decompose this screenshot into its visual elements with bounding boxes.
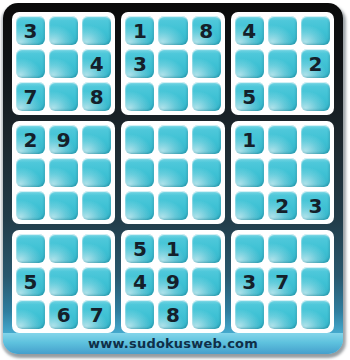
cell-r2c7[interactable]: [235, 49, 264, 78]
cell-r6c7[interactable]: [235, 191, 264, 220]
cell-r4c7[interactable]: 1: [235, 125, 264, 154]
cell-r1c3[interactable]: [82, 16, 111, 45]
cell-r4c6[interactable]: [192, 125, 221, 154]
cell-r3c1[interactable]: 7: [16, 82, 45, 111]
cell-r2c8[interactable]: [268, 49, 297, 78]
cell-r6c2[interactable]: [49, 191, 78, 220]
cell-r2c1[interactable]: [16, 49, 45, 78]
footer-bar: www.sudokusweb.com: [3, 333, 343, 354]
cell-r9c3[interactable]: 7: [82, 300, 111, 329]
cell-r2c3[interactable]: 4: [82, 49, 111, 78]
sudoku-grid: 3478183425291235675149837: [12, 12, 334, 333]
cell-r3c5[interactable]: [158, 82, 187, 111]
cell-r5c1[interactable]: [16, 158, 45, 187]
cell-r6c9[interactable]: 3: [301, 191, 330, 220]
cell-r3c8[interactable]: [268, 82, 297, 111]
cell-r6c5[interactable]: [158, 191, 187, 220]
cell-r7c2[interactable]: [49, 234, 78, 263]
cell-r1c7[interactable]: 4: [235, 16, 264, 45]
cell-r7c4[interactable]: 5: [125, 234, 154, 263]
cell-r9c8[interactable]: [268, 300, 297, 329]
cell-r6c8[interactable]: 2: [268, 191, 297, 220]
cell-r2c9[interactable]: 2: [301, 49, 330, 78]
cell-r6c1[interactable]: [16, 191, 45, 220]
cell-r4c1[interactable]: 2: [16, 125, 45, 154]
cell-r1c1[interactable]: 3: [16, 16, 45, 45]
sudoku-box-9: 37: [231, 230, 334, 333]
cell-r3c4[interactable]: [125, 82, 154, 111]
sudoku-board-frame: 3478183425291235675149837 www.sudokusweb…: [3, 3, 343, 354]
cell-r7c5[interactable]: 1: [158, 234, 187, 263]
cell-r8c6[interactable]: [192, 267, 221, 296]
cell-r9c1[interactable]: [16, 300, 45, 329]
cell-r8c2[interactable]: [49, 267, 78, 296]
sudoku-box-8: 51498: [121, 230, 224, 333]
cell-r8c1[interactable]: 5: [16, 267, 45, 296]
sudoku-box-4: 29: [12, 121, 115, 224]
cell-r3c3[interactable]: 8: [82, 82, 111, 111]
cell-r5c8[interactable]: [268, 158, 297, 187]
cell-r8c5[interactable]: 9: [158, 267, 187, 296]
cell-r2c4[interactable]: 3: [125, 49, 154, 78]
cell-r4c9[interactable]: [301, 125, 330, 154]
cell-r6c4[interactable]: [125, 191, 154, 220]
cell-r5c9[interactable]: [301, 158, 330, 187]
cell-r1c6[interactable]: 8: [192, 16, 221, 45]
cell-r4c5[interactable]: [158, 125, 187, 154]
cell-r1c4[interactable]: 1: [125, 16, 154, 45]
cell-r1c2[interactable]: [49, 16, 78, 45]
cell-r9c9[interactable]: [301, 300, 330, 329]
site-url[interactable]: www.sudokusweb.com: [88, 336, 258, 351]
cell-r5c7[interactable]: [235, 158, 264, 187]
cell-r2c2[interactable]: [49, 49, 78, 78]
cell-r9c5[interactable]: 8: [158, 300, 187, 329]
cell-r9c4[interactable]: [125, 300, 154, 329]
sudoku-box-5: [121, 121, 224, 224]
cell-r9c7[interactable]: [235, 300, 264, 329]
cell-r8c7[interactable]: 3: [235, 267, 264, 296]
cell-r7c3[interactable]: [82, 234, 111, 263]
sudoku-box-1: 3478: [12, 12, 115, 115]
sudoku-box-6: 123: [231, 121, 334, 224]
cell-r2c5[interactable]: [158, 49, 187, 78]
cell-r4c3[interactable]: [82, 125, 111, 154]
cell-r7c8[interactable]: [268, 234, 297, 263]
sudoku-box-2: 183: [121, 12, 224, 115]
cell-r1c5[interactable]: [158, 16, 187, 45]
cell-r1c9[interactable]: [301, 16, 330, 45]
cell-r9c6[interactable]: [192, 300, 221, 329]
cell-r5c5[interactable]: [158, 158, 187, 187]
cell-r5c2[interactable]: [49, 158, 78, 187]
cell-r6c3[interactable]: [82, 191, 111, 220]
cell-r8c9[interactable]: [301, 267, 330, 296]
cell-r5c3[interactable]: [82, 158, 111, 187]
cell-r3c7[interactable]: 5: [235, 82, 264, 111]
cell-r5c6[interactable]: [192, 158, 221, 187]
cell-r8c4[interactable]: 4: [125, 267, 154, 296]
cell-r5c4[interactable]: [125, 158, 154, 187]
cell-r3c6[interactable]: [192, 82, 221, 111]
cell-r8c8[interactable]: 7: [268, 267, 297, 296]
cell-r4c8[interactable]: [268, 125, 297, 154]
cell-r6c6[interactable]: [192, 191, 221, 220]
cell-r1c8[interactable]: [268, 16, 297, 45]
cell-r3c2[interactable]: [49, 82, 78, 111]
cell-r7c9[interactable]: [301, 234, 330, 263]
cell-r7c6[interactable]: [192, 234, 221, 263]
cell-r8c3[interactable]: [82, 267, 111, 296]
cell-r7c1[interactable]: [16, 234, 45, 263]
cell-r9c2[interactable]: 6: [49, 300, 78, 329]
cell-r2c6[interactable]: [192, 49, 221, 78]
cell-r4c2[interactable]: 9: [49, 125, 78, 154]
cell-r4c4[interactable]: [125, 125, 154, 154]
cell-r7c7[interactable]: [235, 234, 264, 263]
sudoku-box-3: 425: [231, 12, 334, 115]
sudoku-box-7: 567: [12, 230, 115, 333]
cell-r3c9[interactable]: [301, 82, 330, 111]
